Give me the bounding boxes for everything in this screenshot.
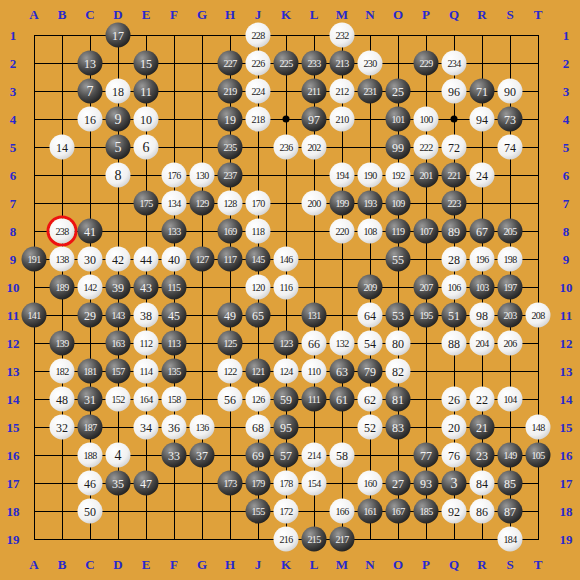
stone-white-E5: 6 xyxy=(134,135,159,160)
stone-black-D4: 9 xyxy=(106,107,131,132)
stone-black-P10: 207 xyxy=(414,275,439,300)
stone-black-J18: 155 xyxy=(246,499,271,524)
stone-black-H17: 173 xyxy=(218,471,243,496)
stone-black-H6: 237 xyxy=(218,163,243,188)
stone-black-D5: 5 xyxy=(106,135,131,160)
col-label-bottom: Q xyxy=(449,558,459,571)
stone-white-E9: 44 xyxy=(134,247,159,272)
stone-white-D14: 152 xyxy=(106,387,131,412)
col-label-bottom: A xyxy=(29,558,38,571)
stone-black-K16: 57 xyxy=(274,443,299,468)
stone-black-S8: 205 xyxy=(498,219,523,244)
stone-white-M12: 132 xyxy=(330,331,355,356)
stone-black-P8: 107 xyxy=(414,219,439,244)
stone-black-P6: 201 xyxy=(414,163,439,188)
stone-black-M14: 61 xyxy=(330,387,355,412)
row-label-left: 11 xyxy=(7,309,19,322)
stone-black-C15: 187 xyxy=(78,415,103,440)
stone-black-H11: 49 xyxy=(218,303,243,328)
stone-black-G16: 37 xyxy=(190,443,215,468)
stone-black-N18: 161 xyxy=(358,499,383,524)
stone-black-A11: 141 xyxy=(22,303,47,328)
col-label-top: P xyxy=(422,8,430,21)
stone-white-E12: 112 xyxy=(134,331,159,356)
stone-white-O6: 192 xyxy=(386,163,411,188)
stone-white-F9: 40 xyxy=(162,247,187,272)
stone-white-J1: 228 xyxy=(246,23,271,48)
col-label-bottom: H xyxy=(225,558,235,571)
stone-white-L12: 66 xyxy=(302,331,327,356)
row-label-right: 13 xyxy=(560,365,573,378)
col-label-bottom: M xyxy=(336,558,348,571)
stone-black-O18: 167 xyxy=(386,499,411,524)
stone-black-S17: 85 xyxy=(498,471,523,496)
stone-white-L5: 202 xyxy=(302,135,327,160)
col-label-bottom: B xyxy=(58,558,67,571)
stone-white-J3: 224 xyxy=(246,79,271,104)
stone-white-Q10: 106 xyxy=(442,275,467,300)
stone-black-N10: 209 xyxy=(358,275,383,300)
row-label-left: 13 xyxy=(7,365,20,378)
stone-black-C2: 13 xyxy=(78,51,103,76)
col-label-top: C xyxy=(85,8,94,21)
stone-black-M2: 213 xyxy=(330,51,355,76)
stone-white-B15: 32 xyxy=(50,415,75,440)
col-label-top: E xyxy=(142,8,151,21)
col-label-top: M xyxy=(336,8,348,21)
stone-white-S5: 74 xyxy=(498,135,523,160)
stone-black-H12: 125 xyxy=(218,331,243,356)
row-label-right: 14 xyxy=(560,393,573,406)
col-label-top: H xyxy=(225,8,235,21)
stone-white-E4: 10 xyxy=(134,107,159,132)
stone-white-C17: 46 xyxy=(78,471,103,496)
col-label-bottom: L xyxy=(310,558,319,571)
row-label-left: 2 xyxy=(10,57,17,70)
col-label-bottom: O xyxy=(393,558,403,571)
col-label-top: B xyxy=(58,8,67,21)
row-label-right: 12 xyxy=(560,337,573,350)
row-label-left: 3 xyxy=(10,85,17,98)
col-label-bottom: P xyxy=(422,558,430,571)
stone-white-N14: 62 xyxy=(358,387,383,412)
col-label-top: J xyxy=(255,8,262,21)
row-label-left: 7 xyxy=(10,197,17,210)
row-label-left: 10 xyxy=(7,281,20,294)
row-label-right: 7 xyxy=(563,197,570,210)
stone-white-O12: 80 xyxy=(386,331,411,356)
col-label-bottom: E xyxy=(142,558,151,571)
stone-white-S19: 184 xyxy=(498,527,523,552)
stone-white-Q2: 234 xyxy=(442,51,467,76)
stone-white-N8: 108 xyxy=(358,219,383,244)
stone-black-C13: 181 xyxy=(78,359,103,384)
stone-white-J4: 218 xyxy=(246,107,271,132)
stone-black-G9: 127 xyxy=(190,247,215,272)
stone-white-Q3: 96 xyxy=(442,79,467,104)
stone-black-D13: 157 xyxy=(106,359,131,384)
row-label-left: 1 xyxy=(10,29,17,42)
stone-white-H14: 56 xyxy=(218,387,243,412)
col-label-bottom: T xyxy=(534,558,543,571)
col-label-top: T xyxy=(534,8,543,21)
stone-black-T16: 105 xyxy=(526,443,551,468)
row-label-right: 8 xyxy=(563,225,570,238)
stone-white-C10: 142 xyxy=(78,275,103,300)
go-board[interactable]: AABBCCDDEEFFGGHHJJKKLLMMNNOOPPQQRRSSTT11… xyxy=(0,0,580,580)
stone-black-F11: 45 xyxy=(162,303,187,328)
stone-white-C9: 30 xyxy=(78,247,103,272)
col-label-top: R xyxy=(477,8,486,21)
stone-black-O15: 83 xyxy=(386,415,411,440)
stone-white-F15: 36 xyxy=(162,415,187,440)
stone-white-E13: 114 xyxy=(134,359,159,384)
stone-black-D1: 17 xyxy=(106,23,131,48)
row-label-right: 17 xyxy=(560,477,573,490)
stone-white-J15: 68 xyxy=(246,415,271,440)
stone-black-D10: 39 xyxy=(106,275,131,300)
stone-white-R11: 98 xyxy=(470,303,495,328)
col-label-top: L xyxy=(310,8,319,21)
stone-black-C8: 41 xyxy=(78,219,103,244)
stone-black-A9: 191 xyxy=(22,247,47,272)
stone-black-E7: 175 xyxy=(134,191,159,216)
row-label-left: 17 xyxy=(7,477,20,490)
stone-black-O11: 53 xyxy=(386,303,411,328)
col-label-bottom: D xyxy=(113,558,122,571)
stone-white-M18: 166 xyxy=(330,499,355,524)
stone-black-L4: 97 xyxy=(302,107,327,132)
row-label-right: 11 xyxy=(560,309,572,322)
stone-white-Q12: 88 xyxy=(442,331,467,356)
stone-black-O8: 119 xyxy=(386,219,411,244)
stone-black-H4: 19 xyxy=(218,107,243,132)
stone-black-E10: 43 xyxy=(134,275,159,300)
stone-white-M3: 212 xyxy=(330,79,355,104)
stone-black-H5: 235 xyxy=(218,135,243,160)
stone-white-Q15: 20 xyxy=(442,415,467,440)
row-label-right: 9 xyxy=(563,253,570,266)
stone-white-H13: 122 xyxy=(218,359,243,384)
stone-black-P17: 93 xyxy=(414,471,439,496)
stone-black-H3: 219 xyxy=(218,79,243,104)
stone-black-E3: 11 xyxy=(134,79,159,104)
stone-black-S11: 203 xyxy=(498,303,523,328)
stone-black-S18: 87 xyxy=(498,499,523,524)
stone-black-R15: 21 xyxy=(470,415,495,440)
stone-white-C16: 188 xyxy=(78,443,103,468)
stone-black-R8: 67 xyxy=(470,219,495,244)
stone-black-O14: 81 xyxy=(386,387,411,412)
stone-white-P4: 100 xyxy=(414,107,439,132)
col-label-top: Q xyxy=(449,8,459,21)
row-label-right: 19 xyxy=(560,533,573,546)
stone-white-O13: 82 xyxy=(386,359,411,384)
stone-black-H9: 117 xyxy=(218,247,243,272)
stone-black-F16: 33 xyxy=(162,443,187,468)
stone-black-O3: 25 xyxy=(386,79,411,104)
row-label-left: 8 xyxy=(10,225,17,238)
stone-white-J8: 118 xyxy=(246,219,271,244)
stone-black-J16: 69 xyxy=(246,443,271,468)
stone-white-D9: 42 xyxy=(106,247,131,272)
row-label-left: 15 xyxy=(7,421,20,434)
stone-black-J9: 145 xyxy=(246,247,271,272)
stone-black-J11: 65 xyxy=(246,303,271,328)
row-label-left: 9 xyxy=(10,253,17,266)
stone-white-J7: 170 xyxy=(246,191,271,216)
stone-white-E11: 38 xyxy=(134,303,159,328)
stone-black-Q11: 51 xyxy=(442,303,467,328)
col-label-bottom: N xyxy=(365,558,374,571)
stone-white-K18: 172 xyxy=(274,499,299,524)
star-point xyxy=(283,116,290,123)
stone-white-N11: 64 xyxy=(358,303,383,328)
row-label-right: 6 xyxy=(563,169,570,182)
stone-black-H8: 169 xyxy=(218,219,243,244)
row-label-right: 15 xyxy=(560,421,573,434)
stone-white-N17: 160 xyxy=(358,471,383,496)
stone-black-M7: 199 xyxy=(330,191,355,216)
stone-white-F6: 176 xyxy=(162,163,187,188)
stone-white-N2: 230 xyxy=(358,51,383,76)
row-label-left: 19 xyxy=(7,533,20,546)
stone-white-Q9: 28 xyxy=(442,247,467,272)
stone-white-Q5: 72 xyxy=(442,135,467,160)
stone-white-R17: 84 xyxy=(470,471,495,496)
stone-black-J17: 179 xyxy=(246,471,271,496)
stone-white-R6: 24 xyxy=(470,163,495,188)
stone-white-T11: 208 xyxy=(526,303,551,328)
stone-white-D16: 4 xyxy=(106,443,131,468)
stone-white-B8: 238 xyxy=(50,219,75,244)
stone-black-O5: 99 xyxy=(386,135,411,160)
stone-white-M16: 58 xyxy=(330,443,355,468)
stone-white-K13: 124 xyxy=(274,359,299,384)
row-label-right: 16 xyxy=(560,449,573,462)
stone-black-M13: 63 xyxy=(330,359,355,384)
row-label-left: 14 xyxy=(7,393,20,406)
stone-black-K12: 123 xyxy=(274,331,299,356)
col-label-bottom: G xyxy=(197,558,207,571)
stone-white-Q16: 76 xyxy=(442,443,467,468)
stone-black-Q7: 223 xyxy=(442,191,467,216)
stone-white-L16: 214 xyxy=(302,443,327,468)
stone-white-E14: 164 xyxy=(134,387,159,412)
stone-black-F8: 133 xyxy=(162,219,187,244)
stone-white-L17: 154 xyxy=(302,471,327,496)
stone-black-F10: 115 xyxy=(162,275,187,300)
stone-white-E15: 34 xyxy=(134,415,159,440)
stone-black-E2: 15 xyxy=(134,51,159,76)
stone-white-B5: 14 xyxy=(50,135,75,160)
stone-black-B12: 139 xyxy=(50,331,75,356)
stone-black-H2: 227 xyxy=(218,51,243,76)
stone-white-G15: 136 xyxy=(190,415,215,440)
stone-black-L3: 211 xyxy=(302,79,327,104)
stone-black-Q8: 89 xyxy=(442,219,467,244)
stone-white-P5: 222 xyxy=(414,135,439,160)
stone-black-K2: 225 xyxy=(274,51,299,76)
stone-black-P16: 77 xyxy=(414,443,439,468)
stone-black-P18: 185 xyxy=(414,499,439,524)
stone-white-K5: 236 xyxy=(274,135,299,160)
stone-black-R16: 23 xyxy=(470,443,495,468)
stone-white-J2: 226 xyxy=(246,51,271,76)
row-label-left: 4 xyxy=(10,113,17,126)
stone-white-K10: 116 xyxy=(274,275,299,300)
row-label-right: 10 xyxy=(560,281,573,294)
row-label-right: 3 xyxy=(563,85,570,98)
col-label-top: D xyxy=(113,8,122,21)
row-label-left: 12 xyxy=(7,337,20,350)
stone-white-F7: 134 xyxy=(162,191,187,216)
row-label-right: 18 xyxy=(560,505,573,518)
stone-black-O4: 101 xyxy=(386,107,411,132)
stone-white-C18: 50 xyxy=(78,499,103,524)
stone-white-J10: 120 xyxy=(246,275,271,300)
stone-white-M8: 220 xyxy=(330,219,355,244)
stone-white-J14: 126 xyxy=(246,387,271,412)
stone-white-N12: 54 xyxy=(358,331,383,356)
stone-white-K19: 216 xyxy=(274,527,299,552)
stone-black-E17: 47 xyxy=(134,471,159,496)
stone-white-B14: 48 xyxy=(50,387,75,412)
col-label-top: G xyxy=(197,8,207,21)
col-label-bottom: J xyxy=(255,558,262,571)
col-label-top: F xyxy=(170,8,178,21)
stone-white-S14: 104 xyxy=(498,387,523,412)
stone-white-T15: 148 xyxy=(526,415,551,440)
stone-white-N15: 52 xyxy=(358,415,383,440)
stone-white-B9: 138 xyxy=(50,247,75,272)
stone-black-D11: 143 xyxy=(106,303,131,328)
stone-black-R10: 103 xyxy=(470,275,495,300)
stone-white-S12: 206 xyxy=(498,331,523,356)
stone-white-D6: 8 xyxy=(106,163,131,188)
stone-white-M1: 232 xyxy=(330,23,355,48)
stone-black-D12: 163 xyxy=(106,331,131,356)
stone-white-K9: 146 xyxy=(274,247,299,272)
stone-white-R14: 22 xyxy=(470,387,495,412)
stone-black-C11: 29 xyxy=(78,303,103,328)
stone-black-P11: 195 xyxy=(414,303,439,328)
stone-black-L11: 131 xyxy=(302,303,327,328)
stone-white-R12: 204 xyxy=(470,331,495,356)
stone-black-N3: 231 xyxy=(358,79,383,104)
stone-black-F13: 135 xyxy=(162,359,187,384)
row-label-right: 5 xyxy=(563,141,570,154)
col-label-bottom: R xyxy=(477,558,486,571)
stone-white-L7: 200 xyxy=(302,191,327,216)
star-point xyxy=(451,116,458,123)
col-label-top: O xyxy=(393,8,403,21)
stone-black-L2: 233 xyxy=(302,51,327,76)
stone-black-R3: 71 xyxy=(470,79,495,104)
stone-black-K14: 59 xyxy=(274,387,299,412)
stone-black-M19: 217 xyxy=(330,527,355,552)
stone-black-N7: 193 xyxy=(358,191,383,216)
stone-black-Q6: 221 xyxy=(442,163,467,188)
stone-white-R9: 196 xyxy=(470,247,495,272)
col-label-bottom: S xyxy=(506,558,513,571)
stone-white-B13: 182 xyxy=(50,359,75,384)
stone-black-O17: 27 xyxy=(386,471,411,496)
stone-black-C14: 31 xyxy=(78,387,103,412)
row-label-right: 2 xyxy=(563,57,570,70)
stone-white-L13: 110 xyxy=(302,359,327,384)
stone-black-L19: 215 xyxy=(302,527,327,552)
col-label-top: S xyxy=(506,8,513,21)
stone-black-J13: 121 xyxy=(246,359,271,384)
stone-white-Q14: 26 xyxy=(442,387,467,412)
row-label-left: 6 xyxy=(10,169,17,182)
stone-black-B10: 189 xyxy=(50,275,75,300)
stone-black-K15: 95 xyxy=(274,415,299,440)
stone-black-G7: 129 xyxy=(190,191,215,216)
col-label-bottom: C xyxy=(85,558,94,571)
row-label-right: 4 xyxy=(563,113,570,126)
stone-white-G6: 130 xyxy=(190,163,215,188)
stone-white-M4: 210 xyxy=(330,107,355,132)
stone-white-F14: 158 xyxy=(162,387,187,412)
col-label-top: N xyxy=(365,8,374,21)
stone-black-L14: 111 xyxy=(302,387,327,412)
stone-black-S4: 73 xyxy=(498,107,523,132)
stone-white-S9: 198 xyxy=(498,247,523,272)
row-label-left: 18 xyxy=(7,505,20,518)
row-label-left: 16 xyxy=(7,449,20,462)
stone-white-H7: 128 xyxy=(218,191,243,216)
stone-white-K17: 178 xyxy=(274,471,299,496)
stone-white-Q18: 92 xyxy=(442,499,467,524)
stone-black-D17: 35 xyxy=(106,471,131,496)
stone-white-R4: 94 xyxy=(470,107,495,132)
col-label-bottom: F xyxy=(170,558,178,571)
stone-white-R18: 86 xyxy=(470,499,495,524)
stone-black-F12: 113 xyxy=(162,331,187,356)
stone-black-Q17: 3 xyxy=(442,471,467,496)
stone-black-O7: 109 xyxy=(386,191,411,216)
stone-white-N6: 190 xyxy=(358,163,383,188)
col-label-top: K xyxy=(281,8,291,21)
row-label-right: 1 xyxy=(563,29,570,42)
stone-white-D3: 18 xyxy=(106,79,131,104)
stone-black-C3: 7 xyxy=(78,79,103,104)
row-label-left: 5 xyxy=(10,141,17,154)
stone-black-P2: 229 xyxy=(414,51,439,76)
stone-white-C4: 16 xyxy=(78,107,103,132)
stone-white-M6: 194 xyxy=(330,163,355,188)
col-label-bottom: K xyxy=(281,558,291,571)
stone-black-S10: 197 xyxy=(498,275,523,300)
stone-black-O9: 55 xyxy=(386,247,411,272)
stone-white-S3: 90 xyxy=(498,79,523,104)
stone-black-N13: 79 xyxy=(358,359,383,384)
col-label-top: A xyxy=(29,8,38,21)
stone-black-S16: 149 xyxy=(498,443,523,468)
